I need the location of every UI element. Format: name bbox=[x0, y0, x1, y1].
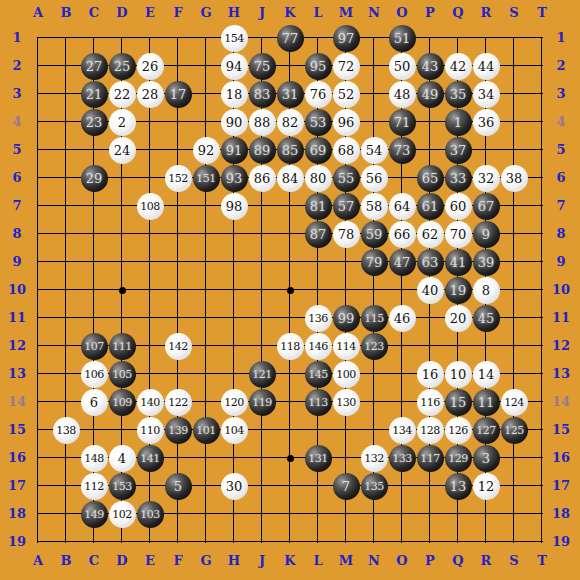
intersection-L3[interactable]: 76 bbox=[304, 80, 332, 108]
intersection-N16[interactable]: 132 bbox=[360, 444, 388, 472]
intersection-J12[interactable] bbox=[248, 332, 276, 360]
intersection-N8[interactable]: 59 bbox=[360, 220, 388, 248]
stone-white-78-M8[interactable]: 78 bbox=[333, 221, 360, 248]
stone-black-79-N9[interactable]: 79 bbox=[361, 249, 388, 276]
intersection-M2[interactable]: 72 bbox=[332, 52, 360, 80]
stone-black-69-L5[interactable]: 69 bbox=[305, 137, 332, 164]
stone-black-9-R8[interactable]: 9 bbox=[473, 221, 500, 248]
stone-black-81-L7[interactable]: 81 bbox=[305, 193, 332, 220]
stone-white-118-K12[interactable]: 118 bbox=[277, 333, 304, 360]
stone-black-77-K1[interactable]: 77 bbox=[277, 25, 304, 52]
stone-white-136-L11[interactable]: 136 bbox=[305, 305, 332, 332]
intersection-N1[interactable] bbox=[360, 24, 388, 52]
intersection-H3[interactable]: 18 bbox=[220, 80, 248, 108]
intersection-B1[interactable] bbox=[52, 24, 80, 52]
stone-black-135-N17[interactable]: 135 bbox=[361, 473, 388, 500]
stone-white-94-H2[interactable]: 94 bbox=[221, 53, 248, 80]
intersection-Q12[interactable] bbox=[444, 332, 472, 360]
intersection-O4[interactable]: 71 bbox=[388, 108, 416, 136]
intersection-S13[interactable] bbox=[500, 360, 528, 388]
stone-black-117-P16[interactable]: 117 bbox=[417, 445, 444, 472]
intersection-E15[interactable]: 110 bbox=[136, 416, 164, 444]
stone-black-93-H6[interactable]: 93 bbox=[221, 165, 248, 192]
stone-black-75-J2[interactable]: 75 bbox=[249, 53, 276, 80]
intersection-C6[interactable]: 29 bbox=[80, 164, 108, 192]
stone-white-66-O8[interactable]: 66 bbox=[389, 221, 416, 248]
intersection-H6[interactable]: 93 bbox=[220, 164, 248, 192]
intersection-P2[interactable]: 43 bbox=[416, 52, 444, 80]
intersection-N6[interactable]: 56 bbox=[360, 164, 388, 192]
intersection-M18[interactable] bbox=[332, 500, 360, 528]
intersection-H1[interactable]: 154 bbox=[220, 24, 248, 52]
intersection-F3[interactable]: 17 bbox=[164, 80, 192, 108]
intersection-F1[interactable] bbox=[164, 24, 192, 52]
stone-black-139-F15[interactable]: 139 bbox=[165, 417, 192, 444]
intersection-R4[interactable]: 36 bbox=[472, 108, 500, 136]
intersection-R17[interactable]: 12 bbox=[472, 472, 500, 500]
intersection-Q11[interactable]: 20 bbox=[444, 304, 472, 332]
intersection-P18[interactable] bbox=[416, 500, 444, 528]
stone-black-33-Q6[interactable]: 33 bbox=[445, 165, 472, 192]
intersection-F6[interactable]: 152 bbox=[164, 164, 192, 192]
intersection-D15[interactable] bbox=[108, 416, 136, 444]
intersection-J1[interactable] bbox=[248, 24, 276, 52]
stone-black-129-Q16[interactable]: 129 bbox=[445, 445, 472, 472]
intersection-C12[interactable]: 107 bbox=[80, 332, 108, 360]
intersection-L13[interactable]: 145 bbox=[304, 360, 332, 388]
intersection-R16[interactable]: 3 bbox=[472, 444, 500, 472]
stone-white-96-M4[interactable]: 96 bbox=[333, 109, 360, 136]
intersection-M14[interactable]: 130 bbox=[332, 388, 360, 416]
intersection-D3[interactable]: 22 bbox=[108, 80, 136, 108]
intersection-N10[interactable] bbox=[360, 276, 388, 304]
intersection-E1[interactable] bbox=[136, 24, 164, 52]
intersection-J13[interactable]: 121 bbox=[248, 360, 276, 388]
intersection-O5[interactable]: 73 bbox=[388, 136, 416, 164]
intersection-F14[interactable]: 122 bbox=[164, 388, 192, 416]
intersection-N11[interactable]: 115 bbox=[360, 304, 388, 332]
intersection-H13[interactable] bbox=[220, 360, 248, 388]
stone-black-83-J3[interactable]: 83 bbox=[249, 81, 276, 108]
intersection-F18[interactable] bbox=[164, 500, 192, 528]
intersection-E14[interactable]: 140 bbox=[136, 388, 164, 416]
intersection-L11[interactable]: 136 bbox=[304, 304, 332, 332]
intersection-O3[interactable]: 48 bbox=[388, 80, 416, 108]
intersection-F8[interactable] bbox=[164, 220, 192, 248]
stone-black-121-J13[interactable]: 121 bbox=[249, 361, 276, 388]
intersection-H9[interactable] bbox=[220, 248, 248, 276]
intersection-P11[interactable] bbox=[416, 304, 444, 332]
intersection-B13[interactable] bbox=[52, 360, 80, 388]
stone-black-141-E16[interactable]: 141 bbox=[137, 445, 164, 472]
intersection-B17[interactable] bbox=[52, 472, 80, 500]
intersection-J16[interactable] bbox=[248, 444, 276, 472]
stone-white-138-B15[interactable]: 138 bbox=[53, 417, 80, 444]
stone-black-51-O1[interactable]: 51 bbox=[389, 25, 416, 52]
stone-black-55-M6[interactable]: 55 bbox=[333, 165, 360, 192]
stone-black-67-R7[interactable]: 67 bbox=[473, 193, 500, 220]
intersection-P17[interactable] bbox=[416, 472, 444, 500]
stone-white-86-J6[interactable]: 86 bbox=[249, 165, 276, 192]
intersection-B16[interactable] bbox=[52, 444, 80, 472]
stone-white-132-N16[interactable]: 132 bbox=[361, 445, 388, 472]
intersection-N15[interactable] bbox=[360, 416, 388, 444]
intersection-E18[interactable]: 103 bbox=[136, 500, 164, 528]
stone-white-82-K4[interactable]: 82 bbox=[277, 109, 304, 136]
stone-black-43-P2[interactable]: 43 bbox=[417, 53, 444, 80]
intersection-Q8[interactable]: 70 bbox=[444, 220, 472, 248]
intersection-E16[interactable]: 141 bbox=[136, 444, 164, 472]
intersection-K15[interactable] bbox=[276, 416, 304, 444]
intersection-N7[interactable]: 58 bbox=[360, 192, 388, 220]
intersection-O8[interactable]: 66 bbox=[388, 220, 416, 248]
intersection-S12[interactable] bbox=[500, 332, 528, 360]
intersection-P16[interactable]: 117 bbox=[416, 444, 444, 472]
stone-white-56-N6[interactable]: 56 bbox=[361, 165, 388, 192]
intersection-H10[interactable] bbox=[220, 276, 248, 304]
intersection-B18[interactable] bbox=[52, 500, 80, 528]
intersection-B11[interactable] bbox=[52, 304, 80, 332]
intersection-C14[interactable]: 6 bbox=[80, 388, 108, 416]
intersection-C18[interactable]: 149 bbox=[80, 500, 108, 528]
stone-black-149-C18[interactable]: 149 bbox=[81, 501, 108, 528]
intersection-G12[interactable] bbox=[192, 332, 220, 360]
intersection-K13[interactable] bbox=[276, 360, 304, 388]
stone-white-126-Q15[interactable]: 126 bbox=[445, 417, 472, 444]
intersection-K5[interactable]: 85 bbox=[276, 136, 304, 164]
stone-black-57-M7[interactable]: 57 bbox=[333, 193, 360, 220]
intersection-G1[interactable] bbox=[192, 24, 220, 52]
intersection-N14[interactable] bbox=[360, 388, 388, 416]
intersection-K18[interactable] bbox=[276, 500, 304, 528]
intersection-P9[interactable]: 63 bbox=[416, 248, 444, 276]
stone-white-62-P8[interactable]: 62 bbox=[417, 221, 444, 248]
intersection-F4[interactable] bbox=[164, 108, 192, 136]
intersection-K16[interactable] bbox=[276, 444, 304, 472]
intersection-Q7[interactable]: 60 bbox=[444, 192, 472, 220]
intersection-F16[interactable] bbox=[164, 444, 192, 472]
intersection-N17[interactable]: 135 bbox=[360, 472, 388, 500]
intersection-D16[interactable]: 4 bbox=[108, 444, 136, 472]
stone-black-47-O9[interactable]: 47 bbox=[389, 249, 416, 276]
intersection-K2[interactable] bbox=[276, 52, 304, 80]
intersection-K10[interactable] bbox=[276, 276, 304, 304]
intersection-M15[interactable] bbox=[332, 416, 360, 444]
intersection-S11[interactable] bbox=[500, 304, 528, 332]
intersection-F5[interactable] bbox=[164, 136, 192, 164]
intersection-S8[interactable] bbox=[500, 220, 528, 248]
intersection-R8[interactable]: 9 bbox=[472, 220, 500, 248]
intersection-M5[interactable]: 68 bbox=[332, 136, 360, 164]
intersection-E8[interactable] bbox=[136, 220, 164, 248]
intersection-S1[interactable] bbox=[500, 24, 528, 52]
intersection-E17[interactable] bbox=[136, 472, 164, 500]
stone-black-61-P7[interactable]: 61 bbox=[417, 193, 444, 220]
intersection-D13[interactable]: 105 bbox=[108, 360, 136, 388]
intersection-C15[interactable] bbox=[80, 416, 108, 444]
stone-black-23-C4[interactable]: 23 bbox=[81, 109, 108, 136]
intersection-J6[interactable]: 86 bbox=[248, 164, 276, 192]
intersection-L14[interactable]: 113 bbox=[304, 388, 332, 416]
stone-white-130-M14[interactable]: 130 bbox=[333, 389, 360, 416]
stone-white-2-D4[interactable]: 2 bbox=[109, 109, 136, 136]
intersection-G5[interactable]: 92 bbox=[192, 136, 220, 164]
stone-white-124-S14[interactable]: 124 bbox=[501, 389, 528, 416]
intersection-D1[interactable] bbox=[108, 24, 136, 52]
intersection-S5[interactable] bbox=[500, 136, 528, 164]
intersection-R9[interactable]: 39 bbox=[472, 248, 500, 276]
intersection-O14[interactable] bbox=[388, 388, 416, 416]
stone-white-90-H4[interactable]: 90 bbox=[221, 109, 248, 136]
intersection-P7[interactable]: 61 bbox=[416, 192, 444, 220]
intersection-J8[interactable] bbox=[248, 220, 276, 248]
intersection-H16[interactable] bbox=[220, 444, 248, 472]
intersection-P14[interactable]: 116 bbox=[416, 388, 444, 416]
stone-white-4-D16[interactable]: 4 bbox=[109, 445, 136, 472]
intersection-G17[interactable] bbox=[192, 472, 220, 500]
stone-white-114-M12[interactable]: 114 bbox=[333, 333, 360, 360]
intersection-D11[interactable] bbox=[108, 304, 136, 332]
intersection-Q14[interactable]: 15 bbox=[444, 388, 472, 416]
stone-white-76-L3[interactable]: 76 bbox=[305, 81, 332, 108]
intersection-H18[interactable] bbox=[220, 500, 248, 528]
intersection-H4[interactable]: 90 bbox=[220, 108, 248, 136]
intersection-R3[interactable]: 34 bbox=[472, 80, 500, 108]
stone-white-6-C14[interactable]: 6 bbox=[81, 389, 108, 416]
stone-black-145-L13[interactable]: 145 bbox=[305, 361, 332, 388]
intersection-C5[interactable] bbox=[80, 136, 108, 164]
stone-white-52-M3[interactable]: 52 bbox=[333, 81, 360, 108]
intersection-M6[interactable]: 55 bbox=[332, 164, 360, 192]
intersection-N12[interactable]: 123 bbox=[360, 332, 388, 360]
stone-black-151-G6[interactable]: 151 bbox=[193, 165, 220, 192]
intersection-O2[interactable]: 50 bbox=[388, 52, 416, 80]
intersection-K4[interactable]: 82 bbox=[276, 108, 304, 136]
intersection-P6[interactable]: 65 bbox=[416, 164, 444, 192]
stone-white-116-P14[interactable]: 116 bbox=[417, 389, 444, 416]
stone-black-41-Q9[interactable]: 41 bbox=[445, 249, 472, 276]
intersection-J17[interactable] bbox=[248, 472, 276, 500]
intersection-P10[interactable]: 40 bbox=[416, 276, 444, 304]
stone-white-108-E7[interactable]: 108 bbox=[137, 193, 164, 220]
stone-black-125-S15[interactable]: 125 bbox=[501, 417, 528, 444]
intersection-O18[interactable] bbox=[388, 500, 416, 528]
stone-white-72-M2[interactable]: 72 bbox=[333, 53, 360, 80]
intersection-K12[interactable]: 118 bbox=[276, 332, 304, 360]
intersection-L2[interactable]: 95 bbox=[304, 52, 332, 80]
intersection-Q10[interactable]: 19 bbox=[444, 276, 472, 304]
intersection-B4[interactable] bbox=[52, 108, 80, 136]
intersection-P13[interactable]: 16 bbox=[416, 360, 444, 388]
intersection-B15[interactable]: 138 bbox=[52, 416, 80, 444]
intersection-E3[interactable]: 28 bbox=[136, 80, 164, 108]
intersection-K6[interactable]: 84 bbox=[276, 164, 304, 192]
intersection-J9[interactable] bbox=[248, 248, 276, 276]
intersection-H12[interactable] bbox=[220, 332, 248, 360]
intersection-L7[interactable]: 81 bbox=[304, 192, 332, 220]
intersection-G6[interactable]: 151 bbox=[192, 164, 220, 192]
intersection-G3[interactable] bbox=[192, 80, 220, 108]
intersection-L5[interactable]: 69 bbox=[304, 136, 332, 164]
intersection-J11[interactable] bbox=[248, 304, 276, 332]
stone-black-3-R16[interactable]: 3 bbox=[473, 445, 500, 472]
intersection-C10[interactable] bbox=[80, 276, 108, 304]
intersection-D4[interactable]: 2 bbox=[108, 108, 136, 136]
intersection-B6[interactable] bbox=[52, 164, 80, 192]
intersection-D14[interactable]: 109 bbox=[108, 388, 136, 416]
stone-white-80-L6[interactable]: 80 bbox=[305, 165, 332, 192]
intersection-J3[interactable]: 83 bbox=[248, 80, 276, 108]
intersection-S4[interactable] bbox=[500, 108, 528, 136]
intersection-L15[interactable] bbox=[304, 416, 332, 444]
intersection-C13[interactable]: 106 bbox=[80, 360, 108, 388]
stone-white-14-R13[interactable]: 14 bbox=[473, 361, 500, 388]
intersection-R15[interactable]: 127 bbox=[472, 416, 500, 444]
intersection-J15[interactable] bbox=[248, 416, 276, 444]
intersection-G13[interactable] bbox=[192, 360, 220, 388]
stone-black-15-Q14[interactable]: 15 bbox=[445, 389, 472, 416]
stone-black-27-C2[interactable]: 27 bbox=[81, 53, 108, 80]
intersection-R2[interactable]: 44 bbox=[472, 52, 500, 80]
intersection-O15[interactable]: 134 bbox=[388, 416, 416, 444]
stone-black-5-F17[interactable]: 5 bbox=[165, 473, 192, 500]
intersection-P3[interactable]: 49 bbox=[416, 80, 444, 108]
stone-black-123-N12[interactable]: 123 bbox=[361, 333, 388, 360]
intersection-O17[interactable] bbox=[388, 472, 416, 500]
stone-white-30-H17[interactable]: 30 bbox=[221, 473, 248, 500]
intersection-B3[interactable] bbox=[52, 80, 80, 108]
intersection-J14[interactable]: 119 bbox=[248, 388, 276, 416]
intersection-D5[interactable]: 24 bbox=[108, 136, 136, 164]
stone-white-32-R6[interactable]: 32 bbox=[473, 165, 500, 192]
intersection-B7[interactable] bbox=[52, 192, 80, 220]
intersection-K9[interactable] bbox=[276, 248, 304, 276]
stone-white-104-H15[interactable]: 104 bbox=[221, 417, 248, 444]
intersection-G14[interactable] bbox=[192, 388, 220, 416]
stone-white-100-M13[interactable]: 100 bbox=[333, 361, 360, 388]
intersection-O6[interactable] bbox=[388, 164, 416, 192]
intersection-R6[interactable]: 32 bbox=[472, 164, 500, 192]
stone-black-19-Q10[interactable]: 19 bbox=[445, 277, 472, 304]
intersection-D2[interactable]: 25 bbox=[108, 52, 136, 80]
intersection-Q6[interactable]: 33 bbox=[444, 164, 472, 192]
intersection-R14[interactable]: 11 bbox=[472, 388, 500, 416]
intersection-B2[interactable] bbox=[52, 52, 80, 80]
intersection-J2[interactable]: 75 bbox=[248, 52, 276, 80]
intersection-E2[interactable]: 26 bbox=[136, 52, 164, 80]
intersection-K11[interactable] bbox=[276, 304, 304, 332]
stone-black-95-L2[interactable]: 95 bbox=[305, 53, 332, 80]
intersection-J10[interactable] bbox=[248, 276, 276, 304]
intersection-M9[interactable] bbox=[332, 248, 360, 276]
intersection-M3[interactable]: 52 bbox=[332, 80, 360, 108]
stone-black-85-K5[interactable]: 85 bbox=[277, 137, 304, 164]
intersection-K1[interactable]: 77 bbox=[276, 24, 304, 52]
intersection-F15[interactable]: 139 bbox=[164, 416, 192, 444]
intersection-B9[interactable] bbox=[52, 248, 80, 276]
stone-black-45-R11[interactable]: 45 bbox=[473, 305, 500, 332]
intersection-Q3[interactable]: 35 bbox=[444, 80, 472, 108]
stone-black-105-D13[interactable]: 105 bbox=[109, 361, 136, 388]
stone-white-68-M5[interactable]: 68 bbox=[333, 137, 360, 164]
intersection-G4[interactable] bbox=[192, 108, 220, 136]
stone-white-146-L12[interactable]: 146 bbox=[305, 333, 332, 360]
stone-black-127-R15[interactable]: 127 bbox=[473, 417, 500, 444]
intersection-P5[interactable] bbox=[416, 136, 444, 164]
intersection-S14[interactable]: 124 bbox=[500, 388, 528, 416]
intersection-E13[interactable] bbox=[136, 360, 164, 388]
intersection-F10[interactable] bbox=[164, 276, 192, 304]
intersection-N3[interactable] bbox=[360, 80, 388, 108]
intersection-H17[interactable]: 30 bbox=[220, 472, 248, 500]
intersection-G9[interactable] bbox=[192, 248, 220, 276]
stone-white-148-C16[interactable]: 148 bbox=[81, 445, 108, 472]
intersection-E7[interactable]: 108 bbox=[136, 192, 164, 220]
stone-white-8-R10[interactable]: 8 bbox=[473, 277, 500, 304]
intersection-S10[interactable] bbox=[500, 276, 528, 304]
intersection-M16[interactable] bbox=[332, 444, 360, 472]
stone-white-110-E15[interactable]: 110 bbox=[137, 417, 164, 444]
intersection-O16[interactable]: 133 bbox=[388, 444, 416, 472]
intersection-O7[interactable]: 64 bbox=[388, 192, 416, 220]
intersection-L1[interactable] bbox=[304, 24, 332, 52]
intersection-D8[interactable] bbox=[108, 220, 136, 248]
intersection-O12[interactable] bbox=[388, 332, 416, 360]
intersection-N13[interactable] bbox=[360, 360, 388, 388]
stone-white-50-O2[interactable]: 50 bbox=[389, 53, 416, 80]
intersection-Q5[interactable]: 37 bbox=[444, 136, 472, 164]
stone-black-49-P3[interactable]: 49 bbox=[417, 81, 444, 108]
stone-white-128-P15[interactable]: 128 bbox=[417, 417, 444, 444]
intersection-O9[interactable]: 47 bbox=[388, 248, 416, 276]
intersection-C17[interactable]: 112 bbox=[80, 472, 108, 500]
intersection-F11[interactable] bbox=[164, 304, 192, 332]
intersection-G2[interactable] bbox=[192, 52, 220, 80]
stone-black-71-O4[interactable]: 71 bbox=[389, 109, 416, 136]
intersection-P15[interactable]: 128 bbox=[416, 416, 444, 444]
intersection-J18[interactable] bbox=[248, 500, 276, 528]
stone-black-109-D14[interactable]: 109 bbox=[109, 389, 136, 416]
intersection-C3[interactable]: 21 bbox=[80, 80, 108, 108]
intersection-K7[interactable] bbox=[276, 192, 304, 220]
intersection-G16[interactable] bbox=[192, 444, 220, 472]
stone-white-28-E3[interactable]: 28 bbox=[137, 81, 164, 108]
stone-white-42-Q2[interactable]: 42 bbox=[445, 53, 472, 80]
stone-black-113-L14[interactable]: 113 bbox=[305, 389, 332, 416]
intersection-S6[interactable]: 38 bbox=[500, 164, 528, 192]
stone-black-101-G15[interactable]: 101 bbox=[193, 417, 220, 444]
intersection-C1[interactable] bbox=[80, 24, 108, 52]
stone-black-35-Q3[interactable]: 35 bbox=[445, 81, 472, 108]
intersection-G11[interactable] bbox=[192, 304, 220, 332]
intersection-E6[interactable] bbox=[136, 164, 164, 192]
stone-white-38-S6[interactable]: 38 bbox=[501, 165, 528, 192]
stone-black-53-L4[interactable]: 53 bbox=[305, 109, 332, 136]
stone-white-112-C17[interactable]: 112 bbox=[81, 473, 108, 500]
intersection-D17[interactable]: 153 bbox=[108, 472, 136, 500]
intersection-P1[interactable] bbox=[416, 24, 444, 52]
intersection-F7[interactable] bbox=[164, 192, 192, 220]
intersection-G15[interactable]: 101 bbox=[192, 416, 220, 444]
intersection-M7[interactable]: 57 bbox=[332, 192, 360, 220]
stone-white-60-Q7[interactable]: 60 bbox=[445, 193, 472, 220]
intersection-S9[interactable] bbox=[500, 248, 528, 276]
intersection-E10[interactable] bbox=[136, 276, 164, 304]
intersection-N2[interactable] bbox=[360, 52, 388, 80]
stone-black-153-D17[interactable]: 153 bbox=[109, 473, 136, 500]
intersection-C8[interactable] bbox=[80, 220, 108, 248]
stone-white-40-P10[interactable]: 40 bbox=[417, 277, 444, 304]
